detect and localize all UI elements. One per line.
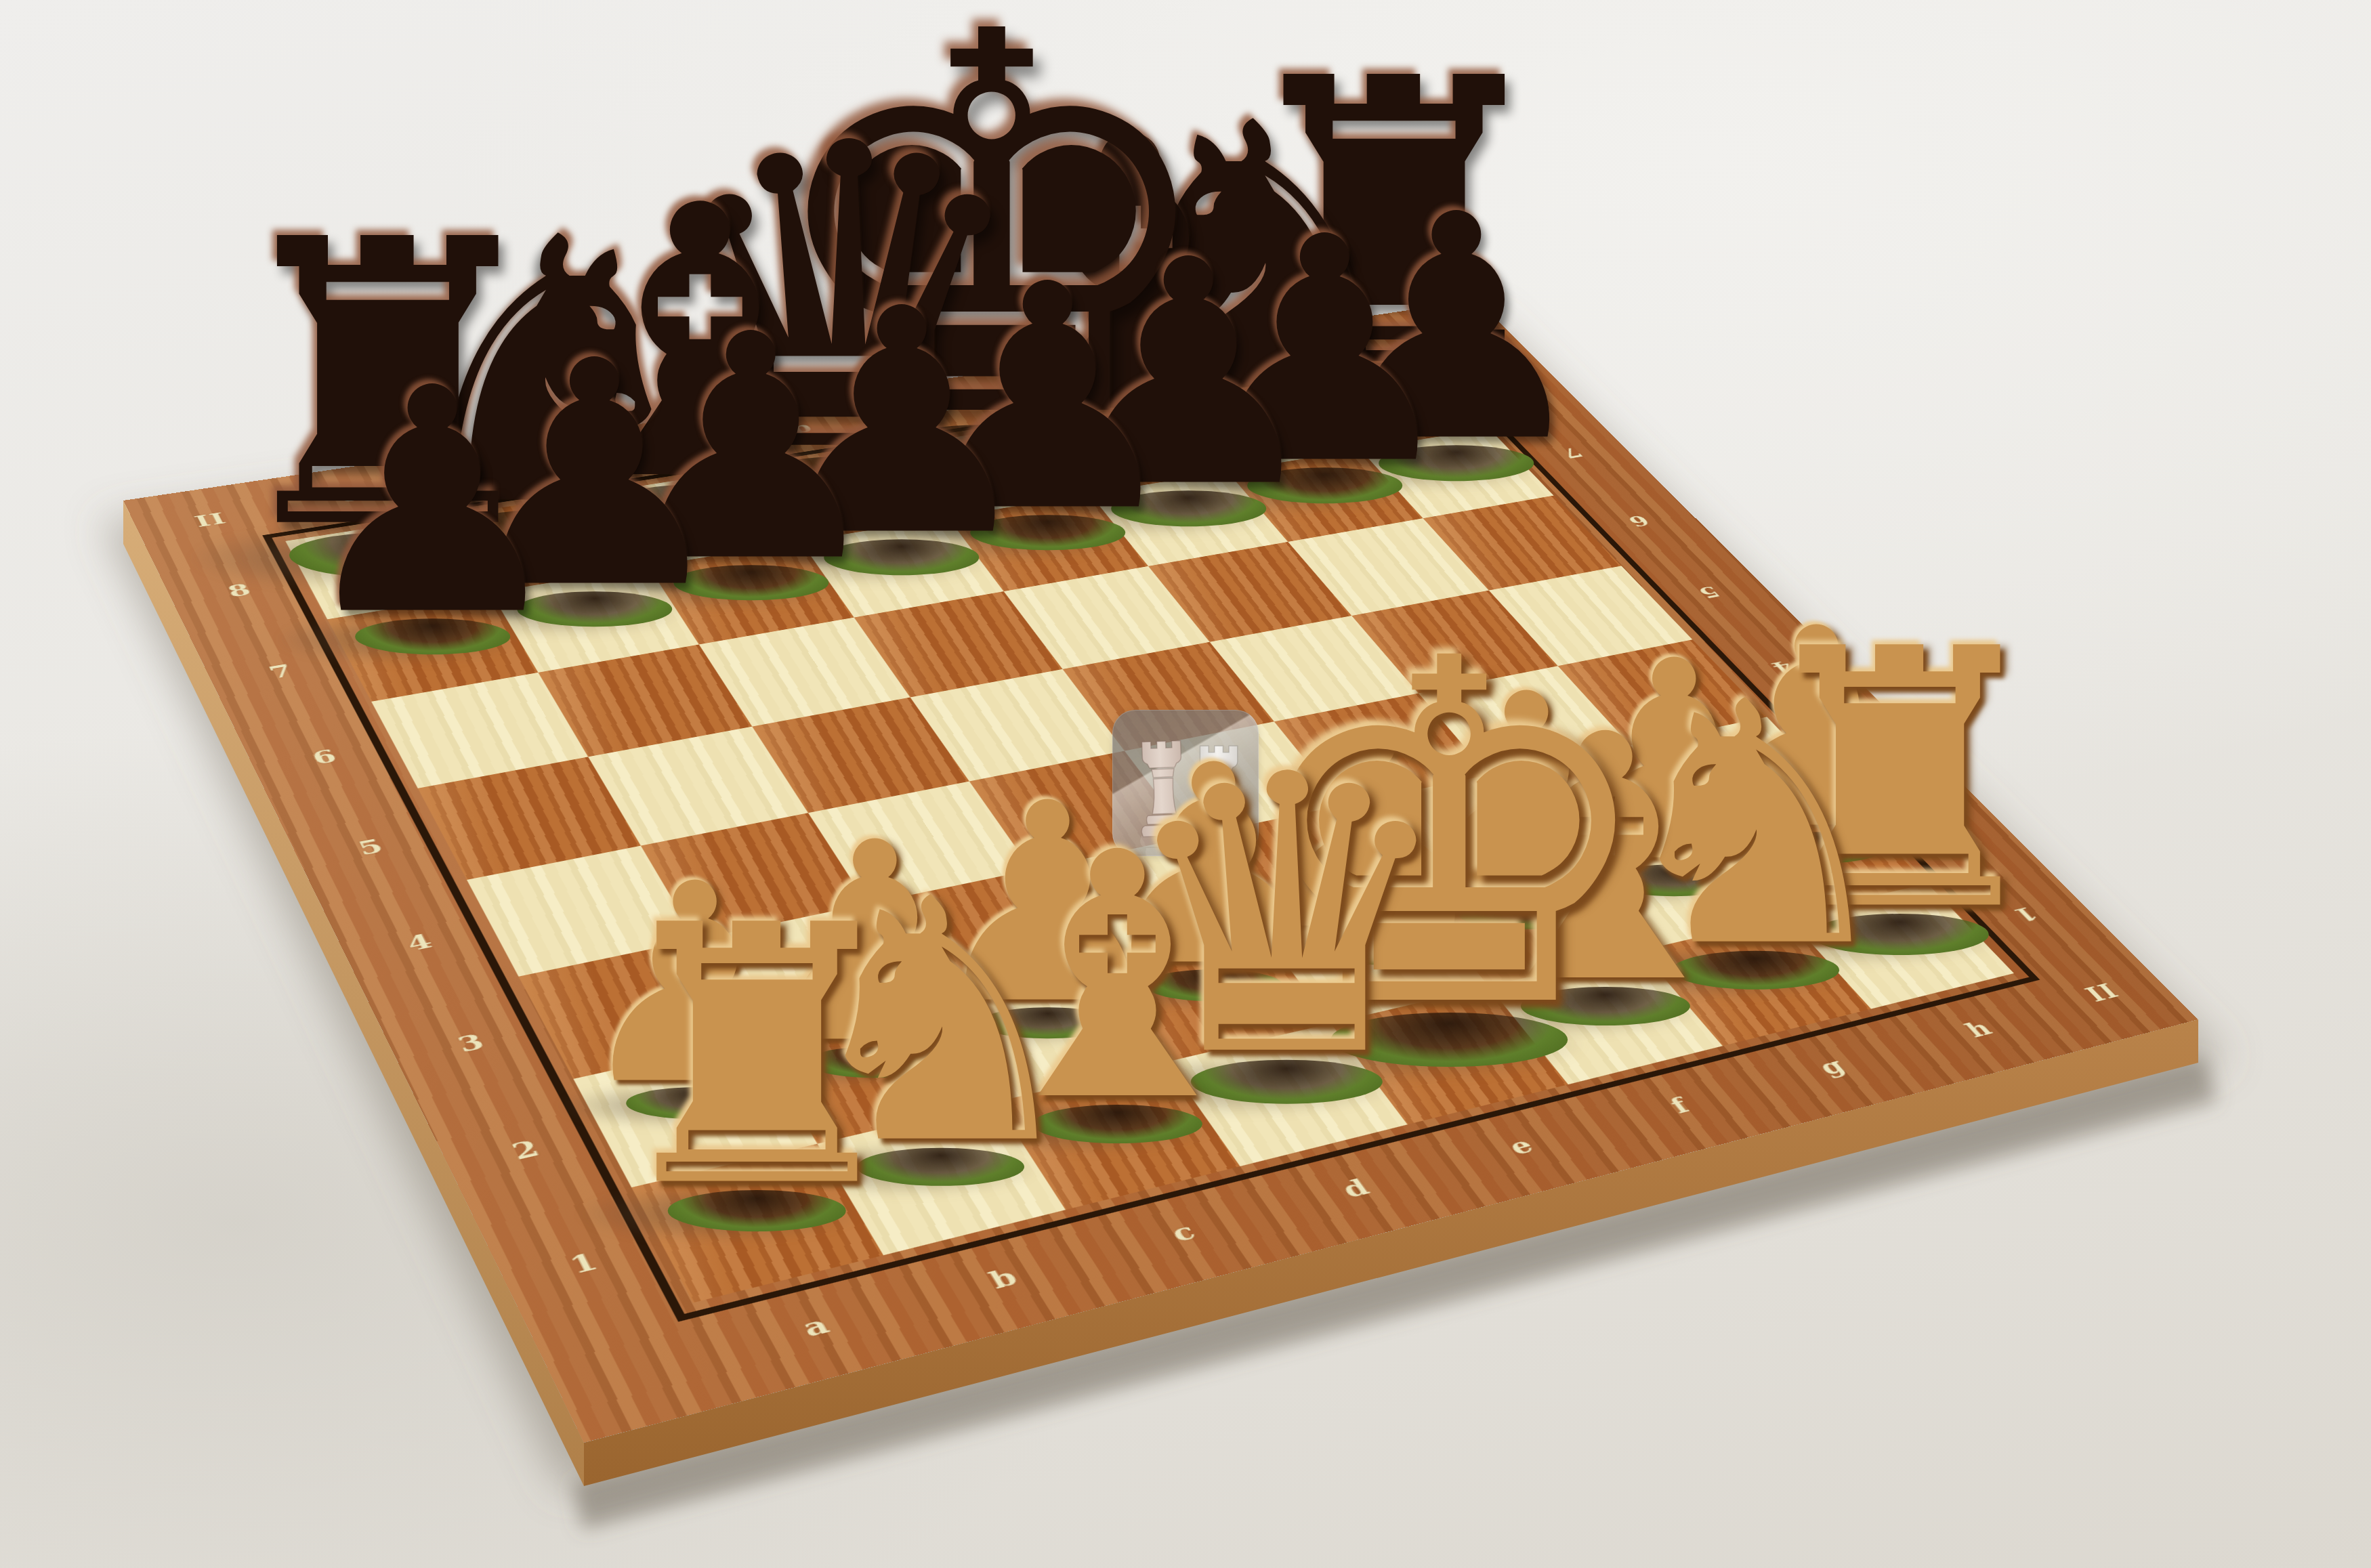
- coord-rank-right-3: 3: [1843, 736, 1876, 756]
- coord-rank-right-7: 7: [1557, 445, 1587, 461]
- coord-file-far-h: h: [1326, 341, 1356, 356]
- studio-background: aabbccddeeffgghh1122334455667788IIII: [0, 0, 2371, 1568]
- coord-rank-right-1: 1: [2007, 903, 2043, 926]
- coord-rank-left-5: 5: [354, 835, 387, 859]
- rook-reflection: [1140, 836, 1187, 856]
- coord-file-far-e: e: [929, 400, 957, 417]
- coord-file-far-d: d: [788, 421, 817, 438]
- coord-file-far-f: f: [1069, 381, 1091, 396]
- coord-rank-left-4: 4: [403, 929, 438, 954]
- coord-rank-right-4: 4: [1766, 658, 1799, 677]
- rook-icon: [1139, 740, 1189, 836]
- watermark-badge: [1112, 710, 1259, 856]
- rook-icon: [1197, 746, 1242, 838]
- coord-rank-left-2: 2: [508, 1135, 545, 1164]
- coord-file-near-g: g: [1813, 1053, 1851, 1079]
- coord-rank-right-8: 8: [1493, 380, 1522, 396]
- coord-file-near-h: h: [1960, 1017, 1998, 1042]
- rook-reflection: [1197, 840, 1242, 856]
- coord-file-near-c: c: [1166, 1218, 1202, 1246]
- coord-rank-right-5: 5: [1693, 583, 1725, 601]
- corner-mark-h1: II: [2080, 980, 2124, 1006]
- coord-file-far-c: c: [643, 444, 670, 461]
- coord-file-far-a: a: [335, 490, 364, 508]
- coord-rank-left-6: 6: [309, 746, 341, 768]
- coord-file-near-d: d: [1337, 1174, 1375, 1202]
- coord-file-near-a: a: [797, 1311, 835, 1341]
- coord-rank-left-3: 3: [454, 1030, 490, 1056]
- coord-file-near-b: b: [984, 1263, 1024, 1293]
- coord-rank-left-8: 8: [225, 580, 255, 600]
- coord-file-far-g: g: [1198, 360, 1227, 376]
- corner-mark-a8: II: [192, 510, 230, 530]
- coord-rank-right-6: 6: [1623, 512, 1654, 530]
- coord-rank-right-2: 2: [1923, 817, 1958, 839]
- coord-rank-left-7: 7: [266, 661, 297, 682]
- coord-rank-left-1: 1: [565, 1248, 603, 1278]
- coord-file-near-f: f: [1664, 1093, 1695, 1118]
- coord-file-near-e: e: [1503, 1132, 1539, 1159]
- coord-file-far-b: b: [490, 466, 520, 484]
